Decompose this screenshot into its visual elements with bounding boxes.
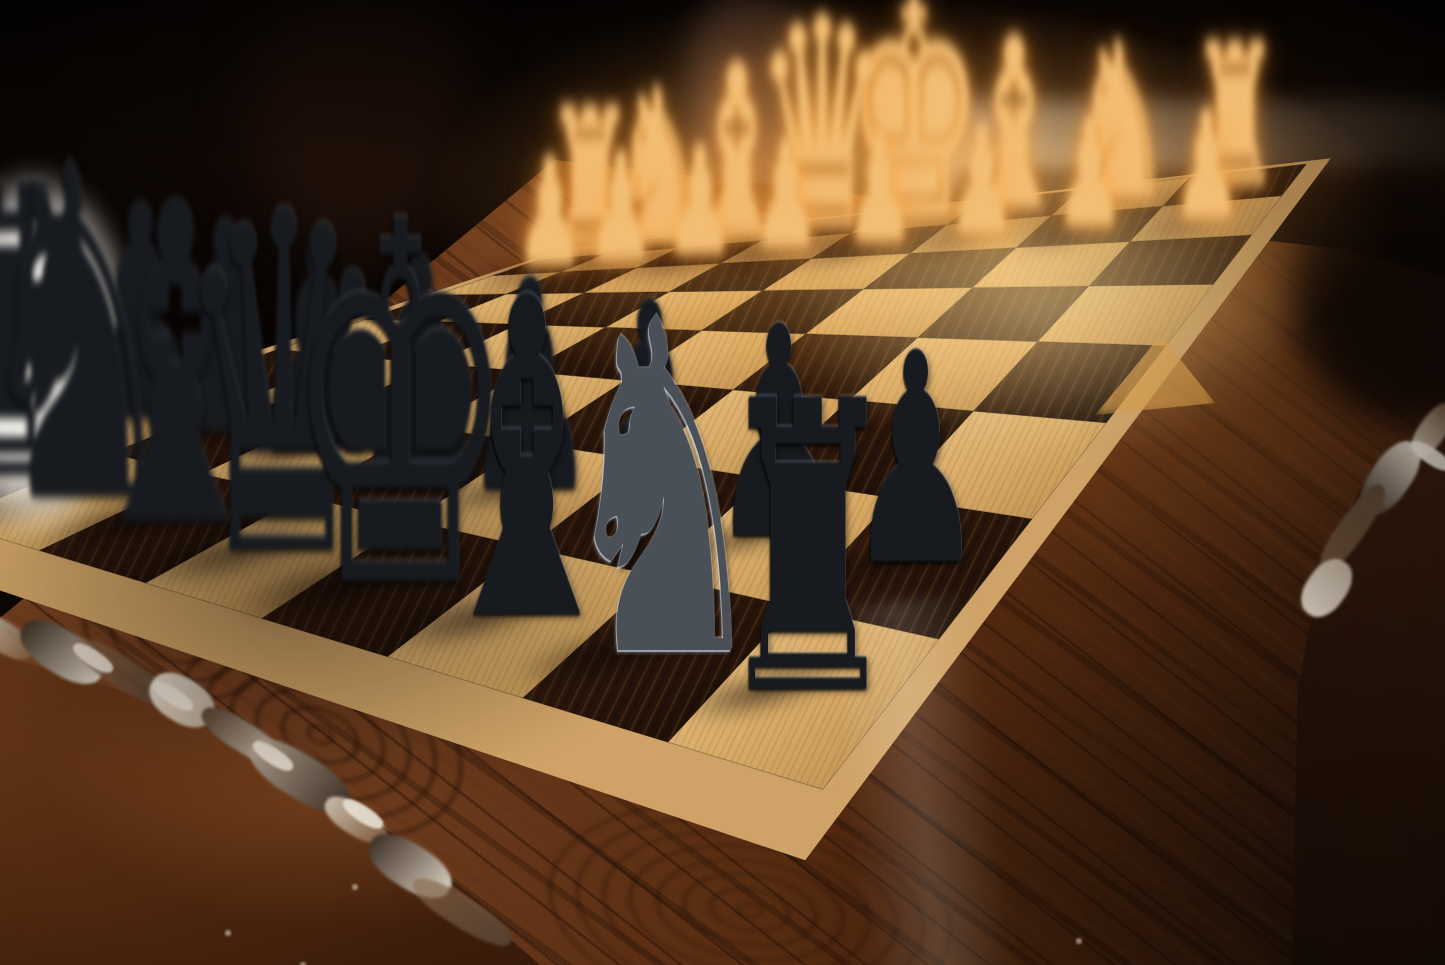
chess-photo-scene: ♜♞♝♚♟♛♟♟♝♟♞♟♜♟♟♟♟♟♟♟♜♟♞♟♝♟♛♟♚♝♞♜ (0, 0, 1445, 965)
vignette (0, 0, 1445, 965)
